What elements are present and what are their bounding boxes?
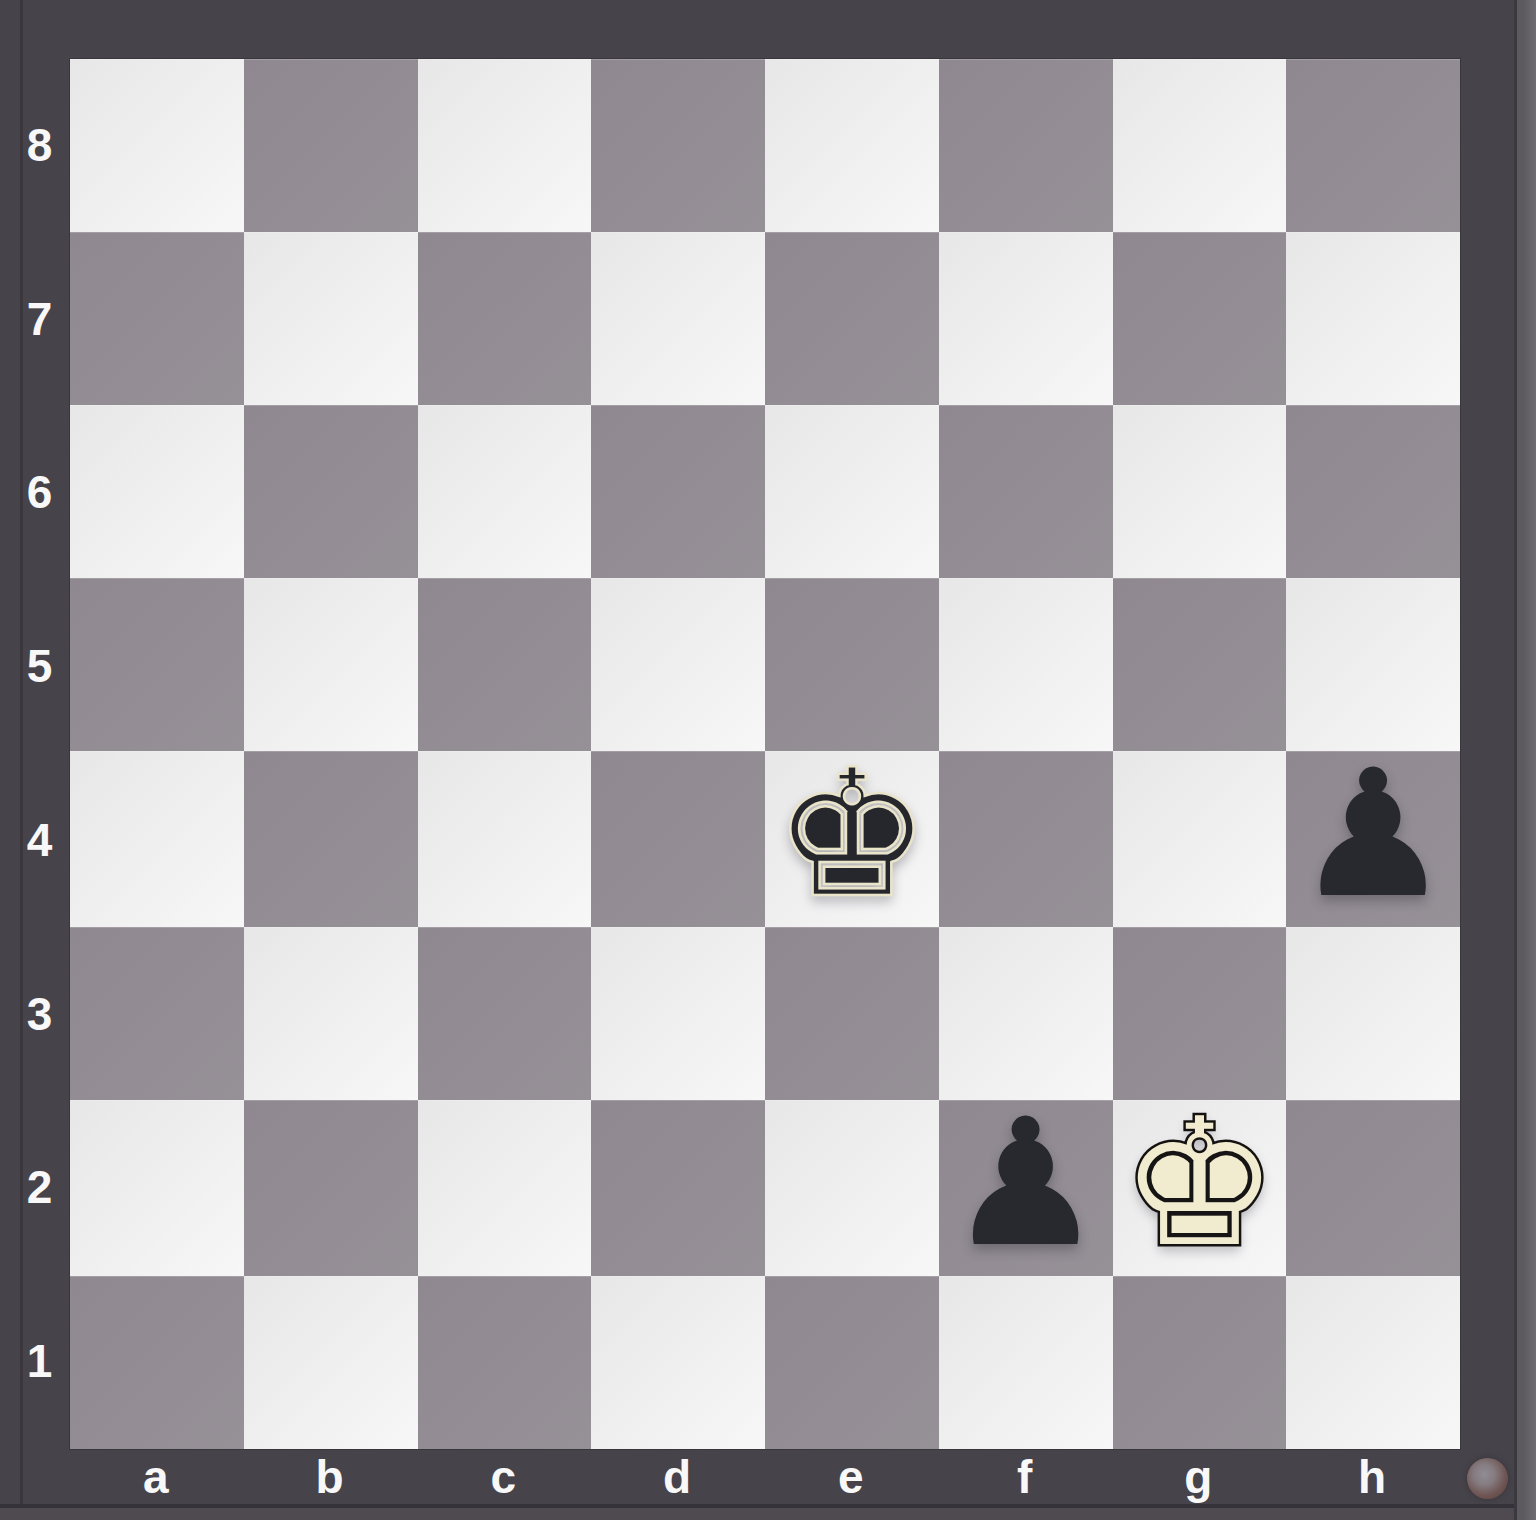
rank-label-8: 8	[0, 58, 69, 232]
square-f2[interactable]: ♟	[939, 1100, 1113, 1276]
rank-labels: 87654321	[0, 58, 69, 1448]
square-g6[interactable]	[1113, 405, 1287, 578]
square-f3[interactable]	[939, 927, 1113, 1100]
square-a6[interactable]	[70, 405, 244, 578]
square-a5[interactable]	[70, 578, 244, 751]
window-edge-right	[1514, 0, 1536, 1520]
file-label-g: g	[1112, 1448, 1286, 1506]
square-b3[interactable]	[244, 927, 418, 1100]
square-d5[interactable]	[591, 578, 765, 751]
square-e8[interactable]	[765, 59, 939, 232]
square-e1[interactable]	[765, 1276, 939, 1449]
file-labels: abcdefgh	[69, 1448, 1459, 1506]
chess-board[interactable]: ♚♟♟♚	[69, 58, 1461, 1450]
square-d6[interactable]	[591, 405, 765, 578]
square-c7[interactable]	[418, 232, 592, 405]
square-e5[interactable]	[765, 578, 939, 751]
square-f8[interactable]	[939, 59, 1113, 232]
square-h1[interactable]	[1286, 1276, 1460, 1449]
square-c8[interactable]	[418, 59, 592, 232]
square-g3[interactable]	[1113, 927, 1287, 1100]
file-label-h: h	[1285, 1448, 1459, 1506]
piece-white-king[interactable]: ♚	[1120, 1096, 1278, 1272]
square-e7[interactable]	[765, 232, 939, 405]
square-a3[interactable]	[70, 927, 244, 1100]
rank-label-7: 7	[0, 232, 69, 406]
square-b6[interactable]	[244, 405, 418, 578]
square-e6[interactable]	[765, 405, 939, 578]
square-a7[interactable]	[70, 232, 244, 405]
square-a8[interactable]	[70, 59, 244, 232]
square-a1[interactable]	[70, 1276, 244, 1449]
rank-label-3: 3	[0, 927, 69, 1101]
window-edge-bottom	[0, 1504, 1536, 1520]
square-d8[interactable]	[591, 59, 765, 232]
piece-black-pawn[interactable]: ♟	[1294, 747, 1452, 923]
square-g4[interactable]	[1113, 751, 1287, 927]
square-a4[interactable]	[70, 751, 244, 927]
piece-black-king[interactable]: ♚	[773, 747, 931, 923]
square-h2[interactable]	[1286, 1100, 1460, 1276]
square-b4[interactable]	[244, 751, 418, 927]
square-g2[interactable]: ♚	[1113, 1100, 1287, 1276]
file-label-a: a	[69, 1448, 243, 1506]
record-indicator-dot	[1467, 1458, 1508, 1499]
square-a2[interactable]	[70, 1100, 244, 1276]
square-f7[interactable]	[939, 232, 1113, 405]
square-d2[interactable]	[591, 1100, 765, 1276]
square-f5[interactable]	[939, 578, 1113, 751]
file-label-e: e	[764, 1448, 938, 1506]
square-b7[interactable]	[244, 232, 418, 405]
square-e4[interactable]: ♚	[765, 751, 939, 927]
square-d1[interactable]	[591, 1276, 765, 1449]
square-g7[interactable]	[1113, 232, 1287, 405]
square-f4[interactable]	[939, 751, 1113, 927]
square-d7[interactable]	[591, 232, 765, 405]
square-c1[interactable]	[418, 1276, 592, 1449]
square-b5[interactable]	[244, 578, 418, 751]
rank-label-2: 2	[0, 1101, 69, 1275]
square-e3[interactable]	[765, 927, 939, 1100]
square-g1[interactable]	[1113, 1276, 1287, 1449]
square-h3[interactable]	[1286, 927, 1460, 1100]
square-h4[interactable]: ♟	[1286, 751, 1460, 927]
square-f1[interactable]	[939, 1276, 1113, 1449]
rank-label-1: 1	[0, 1274, 69, 1448]
square-d4[interactable]	[591, 751, 765, 927]
rank-label-4: 4	[0, 753, 69, 927]
square-e2[interactable]	[765, 1100, 939, 1276]
rank-label-6: 6	[0, 406, 69, 580]
square-b2[interactable]	[244, 1100, 418, 1276]
piece-black-pawn[interactable]: ♟	[947, 1096, 1105, 1272]
rank-label-5: 5	[0, 579, 69, 753]
square-h5[interactable]	[1286, 578, 1460, 751]
square-c4[interactable]	[418, 751, 592, 927]
square-g5[interactable]	[1113, 578, 1287, 751]
square-c3[interactable]	[418, 927, 592, 1100]
square-b1[interactable]	[244, 1276, 418, 1449]
file-label-b: b	[243, 1448, 417, 1506]
square-h6[interactable]	[1286, 405, 1460, 578]
square-h7[interactable]	[1286, 232, 1460, 405]
square-b8[interactable]	[244, 59, 418, 232]
square-g8[interactable]	[1113, 59, 1287, 232]
square-f6[interactable]	[939, 405, 1113, 578]
square-c5[interactable]	[418, 578, 592, 751]
file-label-f: f	[938, 1448, 1112, 1506]
file-label-c: c	[417, 1448, 591, 1506]
chess-app-window: 87654321 ♚♟♟♚ abcdefgh	[0, 0, 1536, 1520]
square-c2[interactable]	[418, 1100, 592, 1276]
square-h8[interactable]	[1286, 59, 1460, 232]
file-label-d: d	[590, 1448, 764, 1506]
square-c6[interactable]	[418, 405, 592, 578]
square-d3[interactable]	[591, 927, 765, 1100]
